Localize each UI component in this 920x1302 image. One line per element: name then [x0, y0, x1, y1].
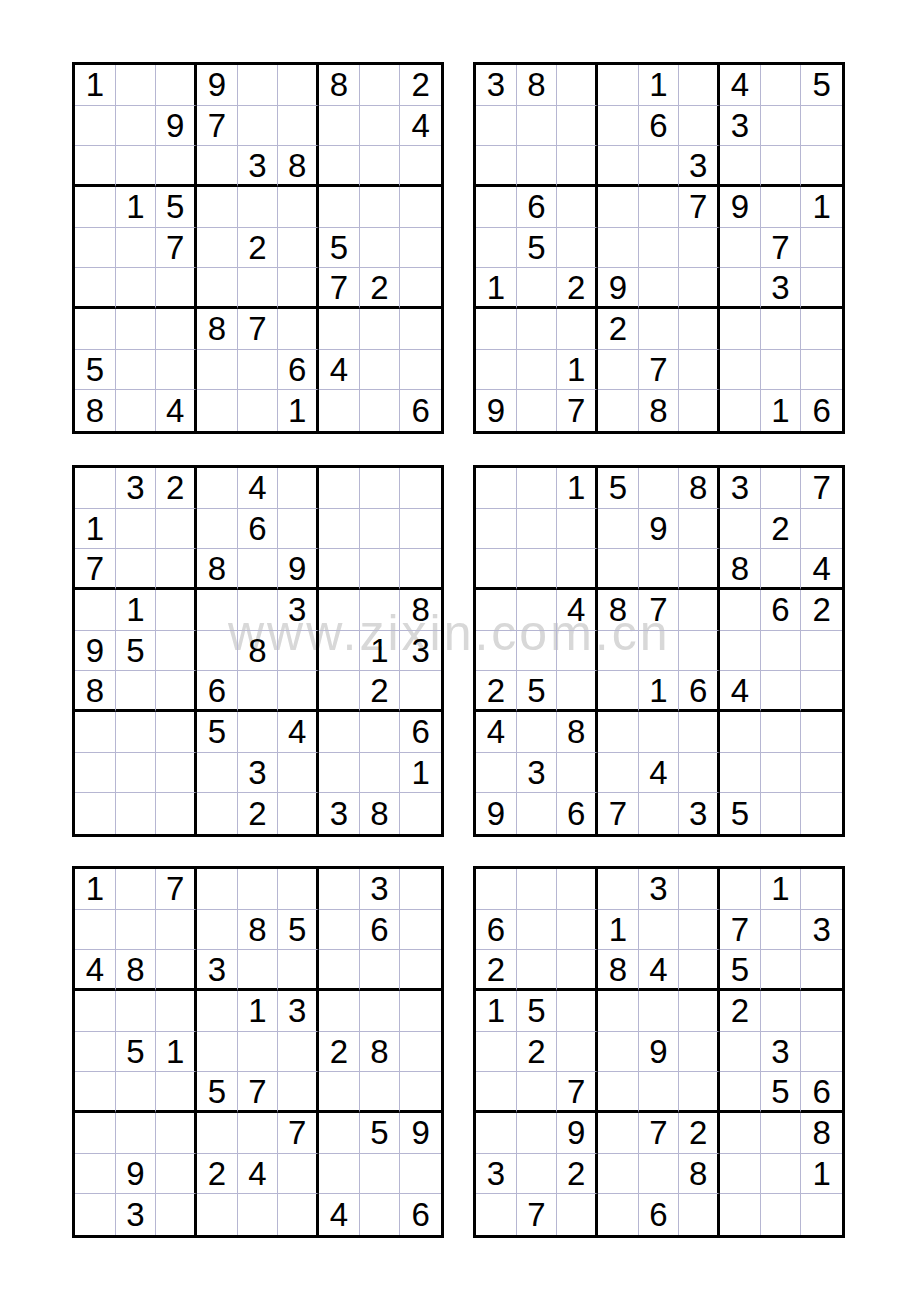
cell-r9c4 [598, 1194, 639, 1235]
cell-r2c1 [75, 106, 116, 147]
cell-r9c9 [801, 1194, 842, 1235]
cell-r3c8 [360, 146, 401, 187]
cell-r9c9: 6 [400, 1194, 441, 1235]
cell-r2c6 [679, 910, 720, 951]
cell-r3c4: 8 [598, 950, 639, 991]
cell-r2c3: 9 [156, 106, 197, 147]
cell-r8c9: 1 [801, 1154, 842, 1195]
cell-r1c7 [319, 869, 360, 910]
cell-r2c9 [400, 509, 441, 550]
cell-r8c9: 1 [400, 753, 441, 794]
cell-r5c1 [476, 228, 517, 269]
cell-r1c3 [156, 65, 197, 106]
cell-r9c5: 2 [238, 793, 279, 834]
cell-r9c3: 6 [557, 793, 598, 834]
cell-r5c3 [557, 1032, 598, 1073]
cell-r7c7 [319, 309, 360, 350]
cell-r7c8 [761, 712, 802, 753]
cell-r9c1 [75, 1194, 116, 1235]
cell-r6c2 [116, 1072, 157, 1113]
cell-r2c3 [156, 910, 197, 951]
cell-r7c6: 2 [679, 1113, 720, 1154]
cell-r6c7: 7 [319, 268, 360, 309]
cell-r1c7: 3 [720, 468, 761, 509]
cell-r1c7: 8 [319, 65, 360, 106]
cell-r6c2 [116, 268, 157, 309]
cell-r4c5: 7 [639, 590, 680, 631]
cell-r7c5: 7 [639, 1113, 680, 1154]
cell-r1c1 [476, 869, 517, 910]
cell-r1c2 [116, 869, 157, 910]
cell-r4c7 [319, 590, 360, 631]
cell-r1c3: 2 [156, 468, 197, 509]
cell-r8c5 [238, 350, 279, 391]
cell-r1c9: 5 [801, 65, 842, 106]
cell-r1c2 [517, 468, 558, 509]
cell-r4c7 [720, 590, 761, 631]
cell-r5c7 [720, 1032, 761, 1073]
cell-r9c5 [238, 1194, 279, 1235]
cell-r3c6 [679, 950, 720, 991]
cell-r5c8: 8 [360, 1032, 401, 1073]
cell-r6c6 [679, 268, 720, 309]
cell-r4c7 [319, 991, 360, 1032]
cell-r1c2: 8 [517, 65, 558, 106]
cell-r7c1 [75, 309, 116, 350]
cell-r5c6 [679, 1032, 720, 1073]
cell-r6c4 [598, 1072, 639, 1113]
cell-r2c1 [476, 106, 517, 147]
cell-r5c2: 5 [116, 1032, 157, 1073]
cell-r7c7 [720, 1113, 761, 1154]
cell-r6c9 [801, 268, 842, 309]
cell-r9c3 [557, 1194, 598, 1235]
cell-r9c9 [400, 793, 441, 834]
cell-r7c4: 2 [598, 309, 639, 350]
cell-r2c2 [517, 910, 558, 951]
cell-r7c7 [319, 712, 360, 753]
cell-r5c2: 5 [116, 631, 157, 672]
cell-r9c4 [197, 390, 238, 431]
cell-r1c4: 9 [197, 65, 238, 106]
cell-r3c5 [238, 950, 279, 991]
cell-r9c3: 4 [156, 390, 197, 431]
cell-r1c6 [278, 869, 319, 910]
cell-r1c3: 1 [557, 468, 598, 509]
cell-r5c6 [278, 228, 319, 269]
cell-r8c7 [720, 350, 761, 391]
cell-r6c4: 6 [197, 671, 238, 712]
cell-r7c6: 4 [278, 712, 319, 753]
cell-r8c4 [197, 350, 238, 391]
cell-r3c4 [598, 146, 639, 187]
cell-r9c1: 9 [476, 390, 517, 431]
cell-r3c9 [400, 146, 441, 187]
cell-r9c1 [476, 1194, 517, 1235]
cell-r5c1 [75, 228, 116, 269]
cell-r2c7: 3 [720, 106, 761, 147]
cell-r9c3 [156, 793, 197, 834]
cell-r8c9 [801, 350, 842, 391]
cell-r3c1 [75, 146, 116, 187]
cell-r2c5 [639, 910, 680, 951]
cell-r9c4 [197, 1194, 238, 1235]
cell-r4c6: 7 [679, 187, 720, 228]
cell-r2c6 [278, 509, 319, 550]
cell-r5c5: 9 [639, 1032, 680, 1073]
cell-r5c7: 5 [319, 228, 360, 269]
cell-r4c4: 8 [598, 590, 639, 631]
cell-r8c6: 6 [278, 350, 319, 391]
cell-r9c4 [598, 390, 639, 431]
cell-r9c6: 3 [679, 793, 720, 834]
cell-r6c4: 9 [598, 268, 639, 309]
cell-r8c2: 9 [116, 1154, 157, 1195]
cell-r6c3: 2 [557, 268, 598, 309]
cell-r4c4 [197, 590, 238, 631]
cell-r5c6 [679, 631, 720, 672]
cell-r3c3 [557, 549, 598, 590]
cell-r2c9 [400, 910, 441, 951]
cell-r7c5 [238, 1113, 279, 1154]
cell-r2c7 [319, 910, 360, 951]
cell-r4c5 [238, 590, 279, 631]
cell-r6c2 [116, 671, 157, 712]
cell-r5c2: 5 [517, 228, 558, 269]
cell-r6c8: 3 [761, 268, 802, 309]
cell-r4c9: 1 [801, 187, 842, 228]
cell-r5c2 [517, 631, 558, 672]
cell-r2c4 [598, 509, 639, 550]
cell-r2c3 [156, 509, 197, 550]
cell-r3c9 [801, 950, 842, 991]
cell-r2c6 [679, 509, 720, 550]
cell-r1c4 [197, 468, 238, 509]
cell-r1c2: 3 [116, 468, 157, 509]
cell-r5c4 [197, 631, 238, 672]
cell-r5c4 [598, 631, 639, 672]
cell-r8c2 [116, 350, 157, 391]
cell-r9c8: 1 [761, 390, 802, 431]
cell-r2c2 [517, 106, 558, 147]
cell-r5c6 [679, 228, 720, 269]
cell-r4c3 [557, 991, 598, 1032]
cell-r4c8 [360, 991, 401, 1032]
cell-r7c4 [598, 1113, 639, 1154]
cell-r2c4: 7 [197, 106, 238, 147]
cell-r6c9 [400, 268, 441, 309]
cell-r5c8 [761, 631, 802, 672]
cell-r4c7: 2 [720, 991, 761, 1032]
cell-r6c3: 7 [557, 1072, 598, 1113]
cell-r1c8 [360, 468, 401, 509]
cell-r7c7 [319, 1113, 360, 1154]
cell-r3c2 [116, 146, 157, 187]
cell-r8c6 [679, 753, 720, 794]
cell-r1c6 [278, 468, 319, 509]
cell-r4c9: 8 [400, 590, 441, 631]
cell-r4c2: 1 [116, 590, 157, 631]
cell-r8c4 [598, 350, 639, 391]
cell-r7c5 [639, 309, 680, 350]
cell-r3c4: 8 [197, 549, 238, 590]
cell-r8c3: 1 [557, 350, 598, 391]
cell-r4c3 [156, 590, 197, 631]
cell-r4c6: 3 [278, 590, 319, 631]
cell-r7c3: 9 [557, 1113, 598, 1154]
cell-r3c1: 2 [476, 950, 517, 991]
cell-r6c6 [679, 1072, 720, 1113]
cell-r9c8 [761, 793, 802, 834]
cell-r4c4 [197, 187, 238, 228]
cell-r2c2 [517, 509, 558, 550]
cell-r3c5: 3 [238, 146, 279, 187]
cell-r3c6: 8 [278, 146, 319, 187]
cell-r7c2 [116, 1113, 157, 1154]
cell-r1c5 [238, 65, 279, 106]
cell-r7c1: 4 [476, 712, 517, 753]
cell-r4c2 [116, 991, 157, 1032]
cell-r1c9: 2 [400, 65, 441, 106]
cell-r6c1 [75, 268, 116, 309]
cell-r1c8: 1 [761, 869, 802, 910]
cell-r6c6 [278, 268, 319, 309]
cell-r8c1 [75, 753, 116, 794]
cell-r4c3 [156, 991, 197, 1032]
cell-r6c2 [517, 268, 558, 309]
cell-r5c5 [238, 1032, 279, 1073]
cell-r6c8: 2 [360, 671, 401, 712]
cell-r2c8 [761, 106, 802, 147]
cell-r3c3 [557, 146, 598, 187]
cell-r3c6 [278, 950, 319, 991]
cell-r1c9 [400, 468, 441, 509]
cell-r6c8 [761, 671, 802, 712]
cell-r1c1 [476, 468, 517, 509]
cell-r5c2: 2 [517, 1032, 558, 1073]
cell-r9c8 [360, 390, 401, 431]
cell-r2c8: 2 [761, 509, 802, 550]
cell-r3c2 [517, 146, 558, 187]
cell-r3c7 [319, 146, 360, 187]
cell-r8c4 [598, 1154, 639, 1195]
cell-r3c1: 4 [75, 950, 116, 991]
cell-r1c8 [761, 468, 802, 509]
cell-r2c8 [761, 910, 802, 951]
cell-r8c1: 3 [476, 1154, 517, 1195]
cell-r4c5 [238, 187, 279, 228]
cell-r9c9 [801, 793, 842, 834]
cell-r8c7 [720, 1154, 761, 1195]
cell-r1c6 [679, 65, 720, 106]
cell-r2c1: 6 [476, 910, 517, 951]
cell-r4c4 [598, 187, 639, 228]
cell-r4c2: 1 [116, 187, 157, 228]
cell-r4c4 [197, 991, 238, 1032]
cell-r4c1 [75, 991, 116, 1032]
cell-r9c2: 3 [116, 1194, 157, 1235]
sudoku-board-1: 1982974381572572875648416 [72, 62, 444, 434]
cell-r4c8 [761, 187, 802, 228]
cell-r6c1 [476, 1072, 517, 1113]
cell-r4c8 [360, 590, 401, 631]
cell-r2c8: 6 [360, 910, 401, 951]
cell-r6c2: 5 [517, 671, 558, 712]
cell-r6c5 [639, 1072, 680, 1113]
cell-r9c3 [156, 1194, 197, 1235]
cell-r2c3 [557, 910, 598, 951]
cell-r1c1: 1 [75, 869, 116, 910]
cell-r2c6 [278, 106, 319, 147]
cell-r5c8: 3 [761, 1032, 802, 1073]
cell-r6c9 [400, 1072, 441, 1113]
cell-r6c6 [278, 671, 319, 712]
cell-r3c9 [400, 549, 441, 590]
cell-r9c6 [278, 793, 319, 834]
cell-r6c5 [639, 268, 680, 309]
cell-r4c1 [75, 187, 116, 228]
cell-r5c5: 8 [238, 631, 279, 672]
cell-r4c2: 5 [517, 991, 558, 1032]
cell-r8c2 [517, 350, 558, 391]
cell-r7c5: 7 [238, 309, 279, 350]
cell-r8c8 [360, 350, 401, 391]
cell-r9c2: 7 [517, 1194, 558, 1235]
cell-r6c6: 6 [679, 671, 720, 712]
cell-r8c9 [801, 753, 842, 794]
cell-r3c5 [238, 549, 279, 590]
cell-r5c9 [801, 228, 842, 269]
cell-r3c5: 4 [639, 950, 680, 991]
cell-r3c3 [156, 146, 197, 187]
cell-r3c3 [156, 950, 197, 991]
cell-r7c9 [801, 712, 842, 753]
cell-r3c5 [639, 549, 680, 590]
cell-r9c6 [679, 1194, 720, 1235]
cell-r9c6 [278, 1194, 319, 1235]
cell-r5c1 [476, 1032, 517, 1073]
cell-r9c4: 7 [598, 793, 639, 834]
cell-r8c2 [517, 1154, 558, 1195]
cell-r4c5 [639, 991, 680, 1032]
cell-r5c4 [197, 1032, 238, 1073]
cell-r9c1 [75, 793, 116, 834]
cell-r3c8 [761, 950, 802, 991]
cell-r9c2 [517, 390, 558, 431]
cell-r4c2 [517, 590, 558, 631]
cell-r3c8 [761, 549, 802, 590]
cell-r5c8: 7 [761, 228, 802, 269]
cell-r3c4 [598, 549, 639, 590]
cell-r1c4 [598, 869, 639, 910]
cell-r5c3 [557, 228, 598, 269]
cell-r2c9: 3 [801, 910, 842, 951]
cell-r6c8 [360, 1072, 401, 1113]
cell-r5c9 [400, 228, 441, 269]
cell-r9c5: 8 [639, 390, 680, 431]
cell-r5c3 [156, 631, 197, 672]
cell-r6c5: 1 [639, 671, 680, 712]
cell-r7c6: 7 [278, 1113, 319, 1154]
cell-r3c8 [761, 146, 802, 187]
cell-r4c9: 2 [801, 590, 842, 631]
cell-r8c6 [278, 753, 319, 794]
cell-r8c8 [761, 1154, 802, 1195]
cell-r2c8 [360, 509, 401, 550]
cell-r1c5 [238, 869, 279, 910]
cell-r4c8 [761, 991, 802, 1032]
cell-r7c8 [360, 309, 401, 350]
cell-r2c4 [598, 106, 639, 147]
cell-r5c5 [639, 631, 680, 672]
cell-r7c3: 8 [557, 712, 598, 753]
cell-r4c3: 4 [557, 590, 598, 631]
cell-r7c9: 6 [400, 712, 441, 753]
cell-r1c4 [598, 65, 639, 106]
cell-r6c9: 6 [801, 1072, 842, 1113]
cell-r5c3: 7 [156, 228, 197, 269]
cell-r4c1 [476, 187, 517, 228]
cell-r6c1: 8 [75, 671, 116, 712]
cell-r3c8 [360, 950, 401, 991]
cell-r3c6: 9 [278, 549, 319, 590]
cell-r8c5 [639, 1154, 680, 1195]
cell-r1c4: 5 [598, 468, 639, 509]
cell-r6c7 [319, 1072, 360, 1113]
cell-r5c7 [319, 631, 360, 672]
cell-r6c3 [156, 1072, 197, 1113]
cell-r2c1 [75, 910, 116, 951]
cell-r7c3 [156, 712, 197, 753]
cell-r7c2 [517, 309, 558, 350]
cell-r7c9 [801, 309, 842, 350]
cell-r7c1 [476, 1113, 517, 1154]
cell-r7c8 [761, 309, 802, 350]
cell-r9c8: 8 [360, 793, 401, 834]
cell-r5c9 [801, 1032, 842, 1073]
cell-r7c4: 5 [197, 712, 238, 753]
cell-r8c1 [476, 350, 517, 391]
cell-r7c4 [598, 712, 639, 753]
cell-r4c9 [801, 991, 842, 1032]
cell-r5c2 [116, 228, 157, 269]
cell-r7c2 [116, 309, 157, 350]
cell-r9c5: 6 [639, 1194, 680, 1235]
cell-r9c1: 9 [476, 793, 517, 834]
cell-r2c4: 1 [598, 910, 639, 951]
cell-r2c5 [238, 106, 279, 147]
cell-r4c9 [400, 187, 441, 228]
cell-r3c9: 4 [801, 549, 842, 590]
cell-r8c6 [278, 1154, 319, 1195]
cell-r8c6: 8 [679, 1154, 720, 1195]
cell-r5c5 [639, 228, 680, 269]
cell-r7c7 [720, 309, 761, 350]
cell-r1c7: 4 [720, 65, 761, 106]
cell-r6c2 [517, 1072, 558, 1113]
cell-r4c3 [557, 187, 598, 228]
cell-r2c9 [801, 509, 842, 550]
cell-r3c6 [679, 549, 720, 590]
cell-r8c7: 4 [319, 350, 360, 391]
cell-r4c5 [639, 187, 680, 228]
cell-r1c6: 8 [679, 468, 720, 509]
cell-r5c5: 2 [238, 228, 279, 269]
cell-r3c1: 7 [75, 549, 116, 590]
cell-r3c2 [517, 950, 558, 991]
cell-r5c9 [400, 1032, 441, 1073]
sudoku-worksheet-page: www.zixin.com.cn 19829743815725728756484… [0, 0, 920, 1302]
